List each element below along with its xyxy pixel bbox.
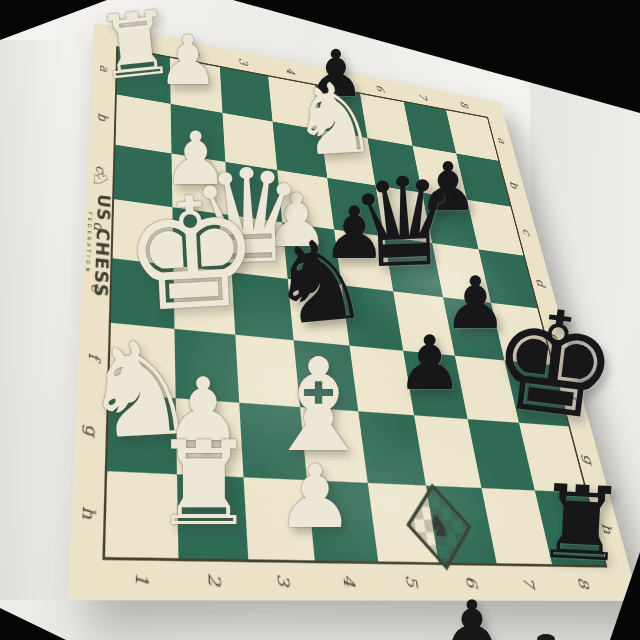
rank-label-bottom-7: 7 <box>521 576 537 588</box>
rank-label-bottom-5: 5 <box>404 575 420 587</box>
file-label-left-d: d <box>92 221 107 232</box>
tablecloth-shadow-left <box>0 40 70 600</box>
square-g4 <box>300 407 368 483</box>
square-h3 <box>244 477 315 560</box>
chess-board <box>105 48 605 565</box>
rank-label-top-6: 6 <box>375 84 386 92</box>
square-g1 <box>107 393 177 474</box>
captured-black-piece-tip <box>537 634 555 640</box>
file-label-left-h: h <box>80 506 98 520</box>
rank-label-bottom-4: 4 <box>341 574 357 587</box>
square-e4 <box>288 279 350 346</box>
file-label-left-a: a <box>98 64 111 73</box>
us-chess-brand: ♘ US CHESS FEDERATION <box>84 169 113 299</box>
rank-label-bottom-6: 6 <box>464 575 480 587</box>
file-label-right-g: g <box>581 454 595 465</box>
square-g2 <box>176 398 244 477</box>
square-h2 <box>177 474 248 559</box>
rank-label-top-5: 5 <box>330 76 341 84</box>
file-label-right-c: c <box>521 228 533 236</box>
square-b3 <box>223 113 278 170</box>
file-label-right-d: d <box>534 278 546 287</box>
square-b2 <box>171 104 226 162</box>
square-e3 <box>232 272 294 340</box>
rank-label-top-3: 3 <box>238 58 250 67</box>
file-label-right-f: f <box>565 393 577 399</box>
emblem-knight-icon: ♞ <box>426 510 452 541</box>
file-label-right-e: e <box>549 333 562 342</box>
file-label-right-b: b <box>508 181 520 189</box>
rank-label-top-8: 8 <box>459 101 470 109</box>
file-label-left-f: f <box>87 352 103 359</box>
file-label-right-a: a <box>497 137 508 145</box>
square-d1 <box>113 199 174 265</box>
rank-label-bottom-3: 3 <box>275 573 292 586</box>
square-b1 <box>116 95 172 154</box>
square-d3 <box>228 215 287 279</box>
square-d2 <box>172 207 231 272</box>
rank-label-bottom-8: 8 <box>576 577 591 589</box>
photo-corner-bottom-left <box>0 600 80 640</box>
square-h1 <box>105 471 178 558</box>
square-e1 <box>111 258 175 329</box>
square-c4 <box>277 170 334 229</box>
file-label-left-e: e <box>89 283 104 294</box>
square-f1 <box>109 323 175 398</box>
square-f4 <box>294 340 359 411</box>
square-e2 <box>173 265 235 334</box>
square-b4 <box>273 122 328 178</box>
square-h4 <box>307 480 378 561</box>
square-c1 <box>114 145 172 207</box>
rank-label-top-1: 1 <box>138 38 150 47</box>
square-c3 <box>225 162 282 222</box>
square-c2 <box>171 154 228 215</box>
rank-label-top-4: 4 <box>285 67 297 75</box>
square-f2 <box>174 329 239 403</box>
chess-mat: ♘ US CHESS FEDERATION ♞ aa11bb22cc33dd44… <box>67 23 638 601</box>
rank-label-top-7: 7 <box>417 92 428 100</box>
square-g3 <box>239 403 307 480</box>
file-label-left-g: g <box>83 424 100 437</box>
square-d4 <box>282 222 341 285</box>
file-label-right-h: h <box>600 523 615 534</box>
file-label-left-b: b <box>96 112 109 122</box>
photo-frame: ♘ US CHESS FEDERATION ♞ aa11bb22cc33dd44… <box>0 0 640 640</box>
rank-label-bottom-1: 1 <box>133 572 150 586</box>
rank-label-bottom-2: 2 <box>206 573 223 586</box>
square-f3 <box>235 335 300 407</box>
rank-label-top-2: 2 <box>189 48 201 57</box>
